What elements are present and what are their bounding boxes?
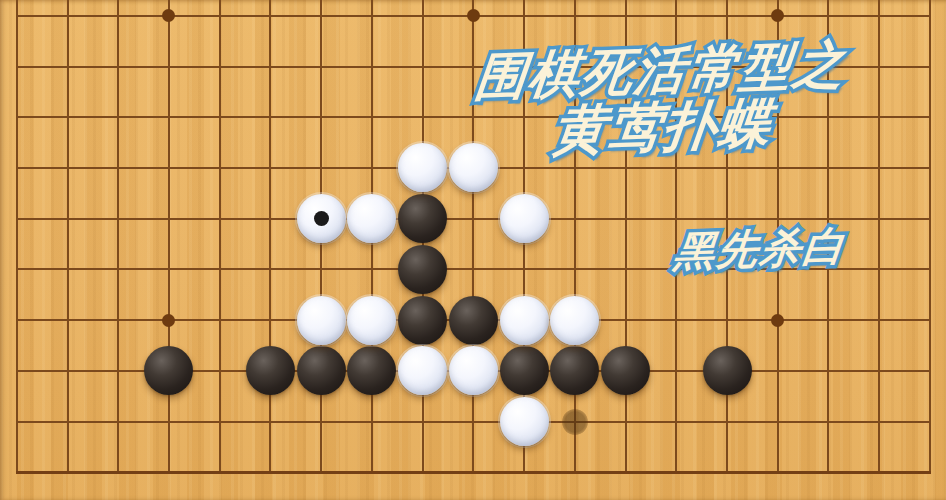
stone-black	[297, 346, 346, 395]
stone-white	[500, 296, 549, 345]
stone-white	[500, 194, 549, 243]
subtitle: 黑先杀白 黑先杀白	[648, 224, 872, 274]
stone-white	[398, 346, 447, 395]
grid-line-v	[16, 0, 18, 474]
stone-black	[500, 346, 549, 395]
star-point	[771, 314, 784, 327]
star-point	[162, 314, 175, 327]
subtitle-block: 黑先杀白 黑先杀白	[649, 224, 870, 274]
stone-black	[144, 346, 193, 395]
grid-line-v	[117, 0, 119, 474]
stone-white	[449, 346, 498, 395]
stone-white	[297, 296, 346, 345]
stone-black	[246, 346, 295, 395]
grid-line-v	[269, 0, 271, 474]
stone-white	[500, 397, 549, 446]
stone-black	[347, 346, 396, 395]
hint-ghost-dot	[562, 409, 588, 435]
stone-black	[398, 296, 447, 345]
stone-white	[347, 194, 396, 243]
grid-line-h	[16, 421, 931, 423]
stone-black	[703, 346, 752, 395]
title-block: 围棋死活常型之 围棋死活常型之 黄莺扑蝶 黄莺扑蝶	[450, 37, 874, 162]
grid-line-v	[219, 0, 221, 474]
grid-line-v	[929, 0, 931, 474]
star-point	[162, 9, 175, 22]
grid-line-h	[16, 218, 931, 220]
star-point	[771, 9, 784, 22]
grid-line-v	[168, 0, 170, 474]
stone-marker-dot	[314, 211, 329, 226]
grid-line-h	[16, 471, 931, 474]
grid-line-v	[878, 0, 880, 474]
stone-white	[398, 143, 447, 192]
star-point	[467, 9, 480, 22]
go-board[interactable]: 围棋死活常型之 围棋死活常型之 黄莺扑蝶 黄莺扑蝶 黑先杀白 黑先杀白	[0, 0, 946, 500]
grid-line-v	[67, 0, 69, 474]
stone-black	[601, 346, 650, 395]
stone-white	[550, 296, 599, 345]
stone-black	[398, 245, 447, 294]
stone-black	[398, 194, 447, 243]
stone-white	[347, 296, 396, 345]
stone-black	[550, 346, 599, 395]
stone-white	[297, 194, 346, 243]
stone-black	[449, 296, 498, 345]
